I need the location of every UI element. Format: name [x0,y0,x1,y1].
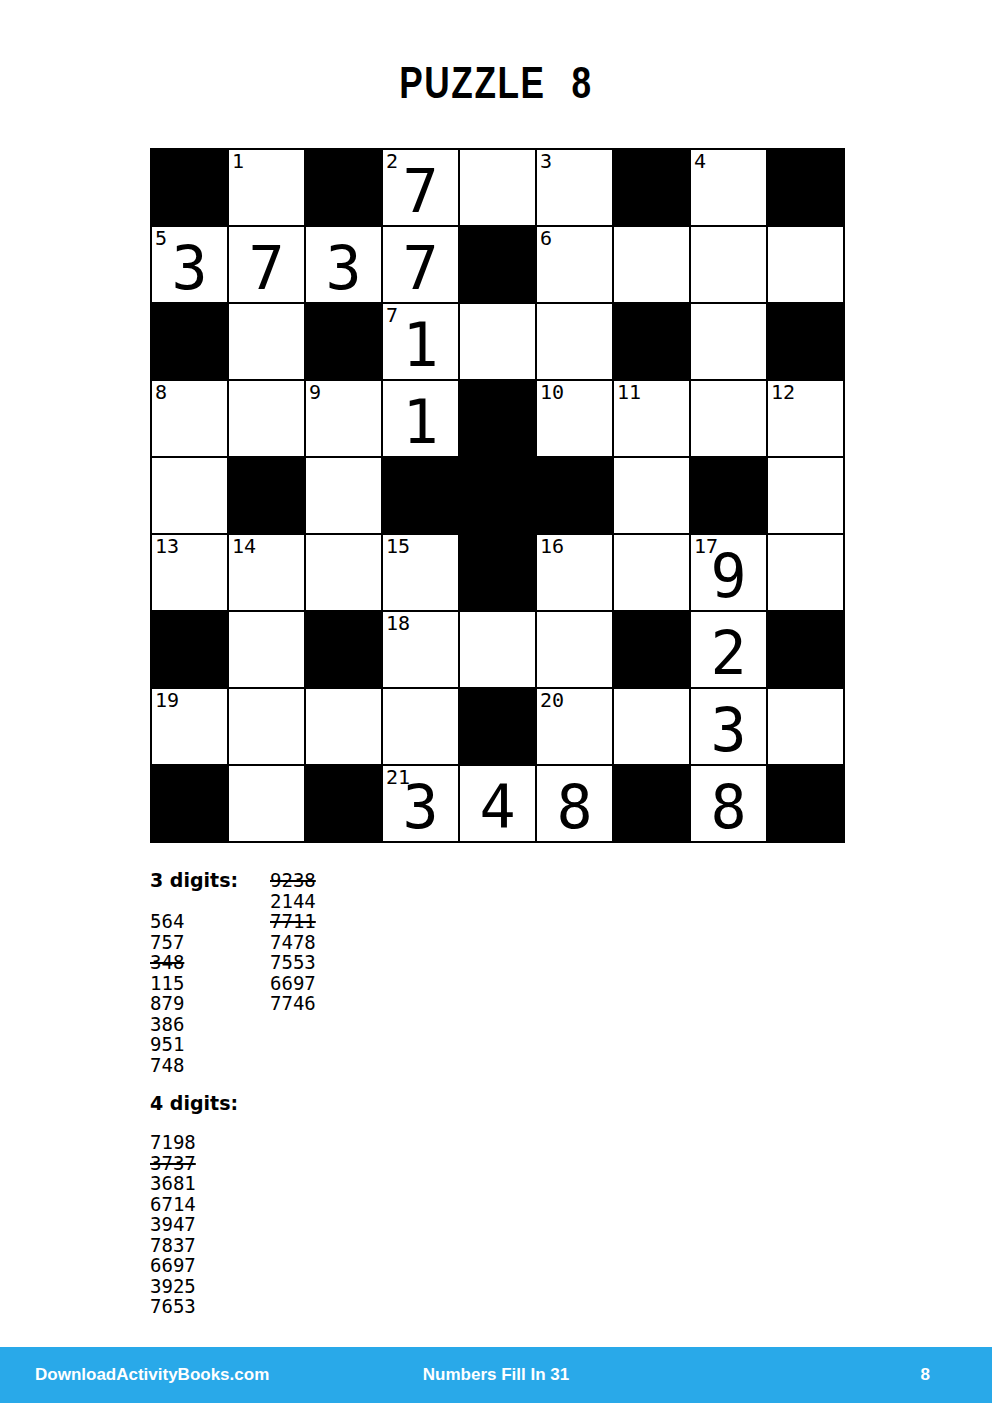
clue-number: 7 [386,305,398,325]
grid-cell[interactable]: 4 [460,766,535,841]
blocked-cell [306,766,381,841]
clue-number: 18 [386,613,410,633]
grid-cell[interactable] [306,458,381,533]
grid-cell[interactable]: 20 [537,689,612,764]
grid-cell[interactable]: 4 [691,150,766,225]
list-number: 3947 [150,1214,196,1235]
grid-cell[interactable] [768,535,843,610]
grid-cell[interactable]: 19 [152,689,227,764]
filled-digit: 3 [171,238,207,298]
four-digits-list-column-1: 719837373681671439477837669739257653 [150,1132,196,1317]
list-number: 3681 [150,1173,196,1194]
filled-digit: 1 [402,315,438,375]
grid-cell[interactable] [691,381,766,456]
grid-cell[interactable] [460,612,535,687]
filled-digit: 8 [710,777,746,837]
clue-number: 13 [155,536,179,556]
clue-number: 21 [386,767,410,787]
grid-cell[interactable] [614,689,689,764]
blocked-cell [614,304,689,379]
blocked-cell [460,689,535,764]
blocked-cell [691,458,766,533]
grid-cell[interactable]: 9 [306,381,381,456]
filled-digit: 3 [325,238,361,298]
list-number: 115 [150,973,184,994]
blocked-cell [306,612,381,687]
clue-number: 19 [155,690,179,710]
blocked-cell [614,612,689,687]
list-number-struck: 348 [150,952,184,973]
grid-cell[interactable]: 10 [537,381,612,456]
clue-number: 8 [155,382,167,402]
grid-cell[interactable]: 1 [229,150,304,225]
list-number: 748 [150,1055,184,1076]
list-number: 6714 [150,1194,196,1215]
grid-cell[interactable] [229,766,304,841]
filled-digit: 4 [479,777,515,837]
grid-cell[interactable]: 8 [691,766,766,841]
blocked-cell [460,458,535,533]
blocked-cell [152,150,227,225]
blocked-cell [152,766,227,841]
page: PUZZLE 8 1273453737671891101112131415161… [0,0,992,1403]
grid-cell[interactable]: 16 [537,535,612,610]
clue-number: 6 [540,228,552,248]
grid-cell[interactable] [460,150,535,225]
grid-cell[interactable]: 2 [691,612,766,687]
grid-cell[interactable]: 3 [537,150,612,225]
list-number: 879 [150,993,184,1014]
grid-cell[interactable]: 71 [383,304,458,379]
grid-cell[interactable]: 179 [691,535,766,610]
list-number: 386 [150,1014,184,1035]
blocked-cell [306,304,381,379]
three-digits-list: 564757348115879386951748 [150,911,184,1075]
list-number: 7198 [150,1132,196,1153]
filled-digit: 8 [556,777,592,837]
blocked-cell [460,227,535,302]
clue-number: 5 [155,228,167,248]
blocked-cell [229,458,304,533]
blocked-cell [152,304,227,379]
grid-cell[interactable]: 18 [383,612,458,687]
grid-cell[interactable]: 53 [152,227,227,302]
filled-digit: 7 [402,238,438,298]
list-number: 2144 [270,891,316,912]
clue-number: 3 [540,151,552,171]
filled-digit: 2 [710,623,746,683]
clue-number: 2 [386,151,398,171]
grid-cell[interactable] [306,535,381,610]
grid-cell[interactable]: 1 [383,381,458,456]
blocked-cell [614,150,689,225]
four-digits-list-column-2: 9238214477117478755366977746 [270,870,316,1014]
blocked-cell [383,458,458,533]
grid-cell[interactable] [306,689,381,764]
blocked-cell [768,612,843,687]
grid-cell[interactable]: 12 [768,381,843,456]
grid-cell[interactable] [768,689,843,764]
grid-cell[interactable]: 7 [383,227,458,302]
grid-cell[interactable] [460,304,535,379]
list-number: 7837 [150,1235,196,1256]
grid-cell[interactable] [614,535,689,610]
clue-number: 11 [617,382,641,402]
grid-cell[interactable] [691,304,766,379]
footer-book-title: Numbers Fill In 31 [423,1365,569,1385]
grid-cell[interactable] [691,227,766,302]
blocked-cell [306,150,381,225]
blocked-cell [152,612,227,687]
filled-digit: 3 [710,700,746,760]
grid-cell[interactable]: 3 [691,689,766,764]
clue-number: 12 [771,382,795,402]
list-number: 564 [150,911,184,932]
blocked-cell [614,766,689,841]
filled-digit: 1 [402,392,438,452]
clue-number: 20 [540,690,564,710]
grid-cell[interactable] [614,227,689,302]
grid-cell[interactable]: 3 [306,227,381,302]
grid-cell[interactable] [383,689,458,764]
grid-cell[interactable]: 8 [537,766,612,841]
clue-number: 15 [386,536,410,556]
list-number: 757 [150,932,184,953]
grid-cell[interactable]: 213 [383,766,458,841]
blocked-cell [460,381,535,456]
grid-cell[interactable]: 7 [229,227,304,302]
clue-number: 4 [694,151,706,171]
grid-cell[interactable]: 13 [152,535,227,610]
list-number: 7653 [150,1296,196,1317]
footer-page-number: 8 [921,1365,930,1385]
footer-bar: DownloadActivityBooks.com Numbers Fill I… [0,1347,992,1403]
grid-cell[interactable]: 8 [152,381,227,456]
grid-cell[interactable]: 27 [383,150,458,225]
list-number: 6697 [270,973,316,994]
grid-cell[interactable] [768,227,843,302]
four-digits-header: 4 digits: [150,1093,238,1114]
grid-cell[interactable]: 15 [383,535,458,610]
page-title-text: PUZZLE 8 [399,58,592,108]
clue-number: 10 [540,382,564,402]
blocked-cell [537,458,612,533]
list-number: 7478 [270,932,316,953]
list-number: 3925 [150,1276,196,1297]
grid-cell[interactable]: 11 [614,381,689,456]
blocked-cell [768,304,843,379]
filled-digit: 7 [248,238,284,298]
blocked-cell [768,150,843,225]
clue-number: 17 [694,536,718,556]
filled-digit: 7 [402,161,438,221]
clue-number: 16 [540,536,564,556]
grid-cell[interactable] [537,612,612,687]
grid-cell[interactable] [152,458,227,533]
puzzle-grid: 1273453737671891101112131415161791821920… [150,148,845,843]
grid-cell[interactable] [229,381,304,456]
page-title: PUZZLE 8 [0,58,992,108]
list-number-struck: 7711 [270,911,316,932]
list-number: 7553 [270,952,316,973]
grid-cell[interactable]: 14 [229,535,304,610]
list-number-struck: 3737 [150,1153,196,1174]
footer-website: DownloadActivityBooks.com [35,1365,269,1385]
three-digits-header: 3 digits: [150,870,238,891]
grid-cell[interactable] [768,458,843,533]
grid-cell[interactable] [229,304,304,379]
list-number: 951 [150,1034,184,1055]
list-number-struck: 9238 [270,870,316,891]
clue-number: 14 [232,536,256,556]
blocked-cell [768,766,843,841]
grid-cell[interactable]: 6 [537,227,612,302]
blocked-cell [460,535,535,610]
grid-cell[interactable] [614,458,689,533]
grid-cell[interactable] [537,304,612,379]
clue-number: 1 [232,151,244,171]
list-number: 7746 [270,993,316,1014]
clue-number: 9 [309,382,321,402]
grid-cell[interactable] [229,612,304,687]
grid-cell[interactable] [229,689,304,764]
list-number: 6697 [150,1255,196,1276]
